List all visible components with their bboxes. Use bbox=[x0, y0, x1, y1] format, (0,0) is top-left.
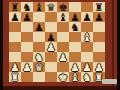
black-rook-icon: ♜ bbox=[10, 2, 19, 12]
square-f3 bbox=[69, 52, 81, 62]
square-d1 bbox=[45, 72, 57, 82]
white-pawn-icon: ♟ bbox=[94, 62, 103, 72]
square-b5 bbox=[21, 32, 33, 42]
square-h7: ♟ bbox=[93, 12, 105, 22]
square-d8: ♛ bbox=[45, 2, 57, 12]
square-e1: ♚ bbox=[57, 72, 69, 82]
square-e2 bbox=[57, 62, 69, 72]
white-bishop-icon: ♝ bbox=[82, 32, 91, 42]
black-pawn-icon: ♟ bbox=[22, 12, 31, 22]
black-bishop-icon: ♝ bbox=[58, 12, 67, 22]
square-g4 bbox=[81, 42, 93, 52]
square-h8: ♜ bbox=[93, 2, 105, 12]
square-c2: ♛ bbox=[33, 62, 45, 72]
square-a5 bbox=[9, 32, 21, 42]
black-knight-icon: ♞ bbox=[70, 22, 79, 32]
square-d4: ♟ bbox=[45, 42, 57, 52]
white-king-icon: ♚ bbox=[58, 72, 67, 82]
square-c3: ♞ bbox=[33, 52, 45, 62]
square-e4 bbox=[57, 42, 69, 52]
square-g2: ♟ bbox=[81, 62, 93, 72]
chess-diagram: ♜♞♝♛♚♜♟♟♝♟♟♟♟♞♟♝♟♞♟♟♟♛♟♟♟♜♚♝♞♜ bbox=[0, 0, 120, 90]
square-e6 bbox=[57, 22, 69, 32]
square-f2: ♟ bbox=[69, 62, 81, 72]
black-rook-icon: ♜ bbox=[94, 2, 103, 12]
black-knight-icon: ♞ bbox=[22, 2, 31, 12]
square-f7: ♟ bbox=[69, 12, 81, 22]
square-g5: ♝ bbox=[81, 32, 93, 42]
square-c6: ♟ bbox=[33, 22, 45, 32]
square-f1: ♝ bbox=[69, 72, 81, 82]
white-knight-icon: ♞ bbox=[82, 72, 91, 82]
square-a8: ♜ bbox=[9, 2, 21, 12]
black-bishop-icon: ♝ bbox=[34, 2, 43, 12]
square-b3 bbox=[21, 52, 33, 62]
square-c1 bbox=[33, 72, 45, 82]
chess-board: ♜♞♝♛♚♜♟♟♝♟♟♟♟♞♟♝♟♞♟♟♟♛♟♟♟♜♚♝♞♜ bbox=[9, 2, 105, 82]
square-a7: ♟ bbox=[9, 12, 21, 22]
black-pawn-icon: ♟ bbox=[70, 12, 79, 22]
white-queen-icon: ♛ bbox=[34, 62, 43, 72]
black-king-icon: ♚ bbox=[58, 2, 67, 12]
square-e3: ♟ bbox=[57, 52, 69, 62]
square-a3 bbox=[9, 52, 21, 62]
square-h3 bbox=[93, 52, 105, 62]
square-a6 bbox=[9, 22, 21, 32]
white-bishop-icon: ♝ bbox=[70, 72, 79, 82]
square-h5 bbox=[93, 32, 105, 42]
square-f4 bbox=[69, 42, 81, 52]
white-pawn-icon: ♟ bbox=[10, 62, 19, 72]
square-e7: ♝ bbox=[57, 12, 69, 22]
white-pawn-icon: ♟ bbox=[58, 52, 67, 62]
square-g8 bbox=[81, 2, 93, 12]
white-pawn-icon: ♟ bbox=[70, 62, 79, 72]
square-h2: ♟ bbox=[93, 62, 105, 72]
square-h6 bbox=[93, 22, 105, 32]
black-pawn-icon: ♟ bbox=[46, 32, 55, 42]
white-pawn-icon: ♟ bbox=[46, 42, 55, 52]
black-pawn-icon: ♟ bbox=[10, 12, 19, 22]
black-queen-icon: ♛ bbox=[46, 2, 55, 12]
square-c5 bbox=[33, 32, 45, 42]
square-b8: ♞ bbox=[21, 2, 33, 12]
square-d3 bbox=[45, 52, 57, 62]
square-b2: ♟ bbox=[21, 62, 33, 72]
white-rook-icon: ♜ bbox=[10, 72, 19, 82]
square-d7 bbox=[45, 12, 57, 22]
watermark-badge bbox=[102, 79, 117, 84]
black-pawn-icon: ♟ bbox=[34, 22, 43, 32]
square-f6: ♞ bbox=[69, 22, 81, 32]
white-pawn-icon: ♟ bbox=[82, 62, 91, 72]
square-a4 bbox=[9, 42, 21, 52]
square-f8 bbox=[69, 2, 81, 12]
square-b1 bbox=[21, 72, 33, 82]
square-a1: ♜ bbox=[9, 72, 21, 82]
square-a2: ♟ bbox=[9, 62, 21, 72]
square-d6 bbox=[45, 22, 57, 32]
square-f5 bbox=[69, 32, 81, 42]
square-g6 bbox=[81, 22, 93, 32]
square-g1: ♞ bbox=[81, 72, 93, 82]
square-e8: ♚ bbox=[57, 2, 69, 12]
square-e5 bbox=[57, 32, 69, 42]
white-pawn-icon: ♟ bbox=[22, 62, 31, 72]
square-b4 bbox=[21, 42, 33, 52]
black-pawn-icon: ♟ bbox=[94, 12, 103, 22]
square-d2 bbox=[45, 62, 57, 72]
square-c4 bbox=[33, 42, 45, 52]
square-g7: ♟ bbox=[81, 12, 93, 22]
square-c7 bbox=[33, 12, 45, 22]
square-b7: ♟ bbox=[21, 12, 33, 22]
square-c8: ♝ bbox=[33, 2, 45, 12]
frame-groove bbox=[112, 0, 114, 88]
square-g3 bbox=[81, 52, 93, 62]
white-knight-icon: ♞ bbox=[34, 52, 43, 62]
black-pawn-icon: ♟ bbox=[82, 12, 91, 22]
square-b6 bbox=[21, 22, 33, 32]
frame-bottom-edge bbox=[3, 86, 117, 90]
square-d5: ♟ bbox=[45, 32, 57, 42]
square-h4 bbox=[93, 42, 105, 52]
